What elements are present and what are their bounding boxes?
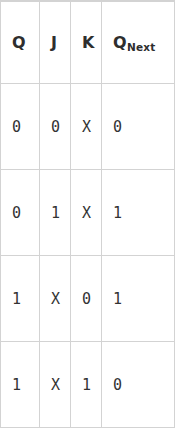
header-qnext-subscript: Next bbox=[127, 41, 156, 53]
header-qnext: QNext bbox=[102, 2, 174, 84]
cell-r3-k: 0 bbox=[71, 256, 102, 342]
header-q: Q bbox=[1, 2, 40, 84]
cell-r1-q: 0 bbox=[1, 84, 40, 170]
cell-r4-k: 1 bbox=[71, 342, 102, 427]
cell-r4-j: X bbox=[40, 342, 71, 427]
cell-r2-k: X bbox=[71, 170, 102, 256]
cell-r4-qnext: 0 bbox=[102, 342, 174, 427]
header-qnext-base: Q bbox=[113, 33, 127, 52]
cell-r2-qnext: 1 bbox=[102, 170, 174, 256]
cell-r2-j: 1 bbox=[40, 170, 71, 256]
cell-r1-qnext: 0 bbox=[102, 84, 174, 170]
cell-r3-qnext: 1 bbox=[102, 256, 174, 342]
cell-r2-q: 0 bbox=[1, 170, 40, 256]
cell-r3-j: X bbox=[40, 256, 71, 342]
page: Q J K QNext 0 0 X 0 0 1 X 1 1 X 0 1 1 X … bbox=[0, 0, 176, 432]
header-k: K bbox=[71, 2, 102, 84]
cell-r1-j: 0 bbox=[40, 84, 71, 170]
cell-r3-q: 1 bbox=[1, 256, 40, 342]
cell-r4-q: 1 bbox=[1, 342, 40, 427]
header-j: J bbox=[40, 2, 71, 84]
jk-flip-flop-truth-table: Q J K QNext 0 0 X 0 0 1 X 1 1 X 0 1 1 X … bbox=[0, 0, 175, 428]
cell-r1-k: X bbox=[71, 84, 102, 170]
